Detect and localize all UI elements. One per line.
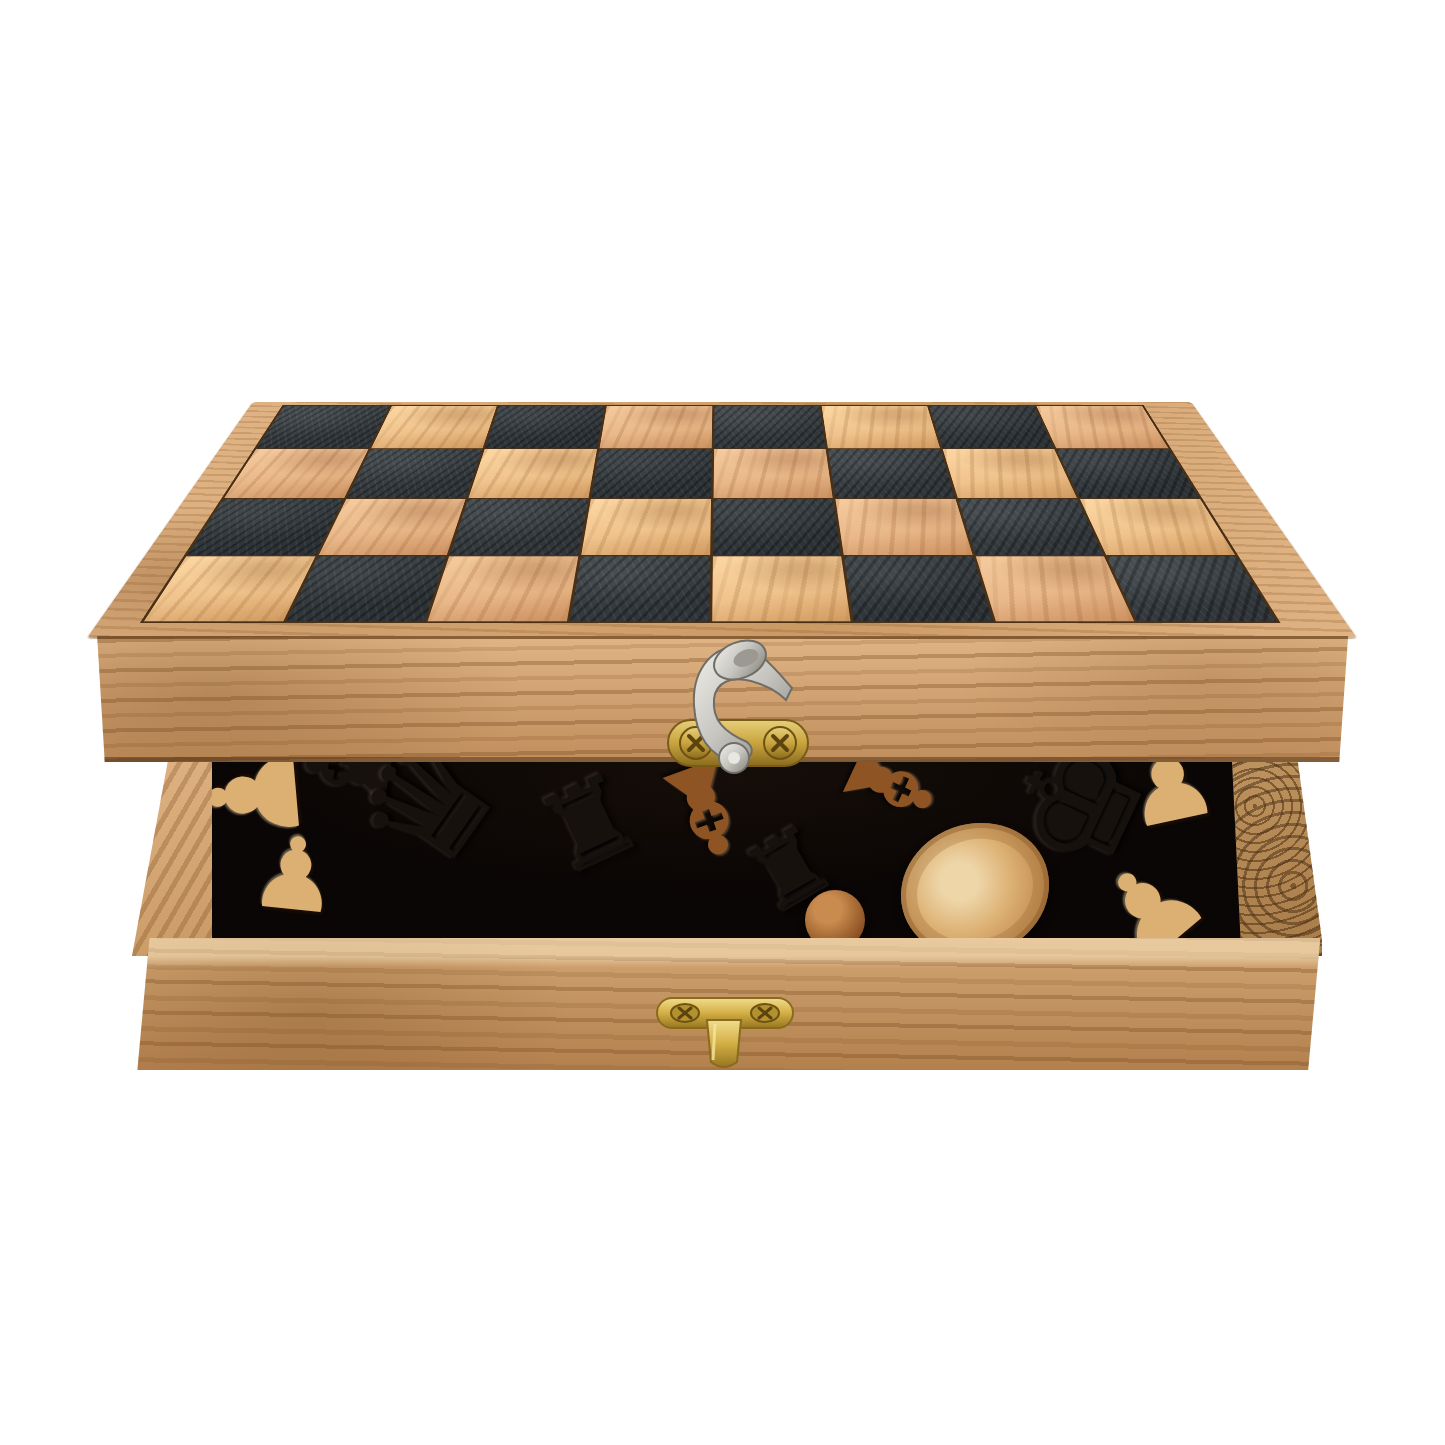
board-square[interactable] (346, 449, 482, 498)
board-square[interactable] (581, 499, 710, 555)
base-right-wall-burl (1226, 756, 1322, 956)
board-square[interactable] (836, 499, 973, 555)
chess-piece-brown-ball[interactable] (805, 890, 865, 942)
base-left-wall (132, 756, 212, 956)
board-square[interactable] (428, 556, 578, 621)
board-square[interactable] (943, 449, 1078, 498)
board-square[interactable] (570, 556, 710, 621)
board-square[interactable] (929, 406, 1054, 449)
board-square[interactable] (712, 556, 851, 621)
chess-piece-black-queen[interactable]: ♛ (330, 756, 530, 901)
board-square[interactable] (256, 406, 389, 449)
product-photo: ♟♝♛♟♜♝♜♝♚♟♟ (0, 0, 1445, 1445)
chessboard-half (144, 406, 1277, 622)
catch-plate-icon (645, 988, 805, 1088)
board-square[interactable] (371, 406, 497, 449)
board-square[interactable] (1107, 556, 1277, 621)
board-square[interactable] (822, 406, 940, 449)
chess-piece-light-pawn[interactable]: ♟ (245, 821, 345, 930)
board-square[interactable] (599, 406, 712, 449)
board-square[interactable] (224, 449, 368, 498)
board-square[interactable] (844, 556, 993, 621)
stored-pieces-tray: ♟♝♛♟♜♝♜♝♚♟♟ (150, 756, 1318, 942)
board-square[interactable] (469, 449, 597, 498)
lid-top-board (87, 402, 1357, 638)
board-square[interactable] (1057, 449, 1200, 498)
board-square[interactable] (828, 449, 955, 498)
board-square[interactable] (1080, 499, 1235, 555)
board-square[interactable] (318, 499, 465, 555)
clasp-hook-icon[interactable] (652, 628, 822, 778)
board-square[interactable] (958, 499, 1104, 555)
board-square[interactable] (187, 499, 343, 555)
board-square[interactable] (713, 449, 833, 498)
board-square[interactable] (1037, 406, 1169, 449)
box-interior: ♟♝♛♟♜♝♜♝♚♟♟ (150, 756, 1318, 942)
board-square[interactable] (591, 449, 711, 498)
board-square[interactable] (485, 406, 604, 449)
board-square[interactable] (450, 499, 588, 555)
board-square[interactable] (712, 499, 841, 555)
board-square[interactable] (714, 406, 826, 449)
